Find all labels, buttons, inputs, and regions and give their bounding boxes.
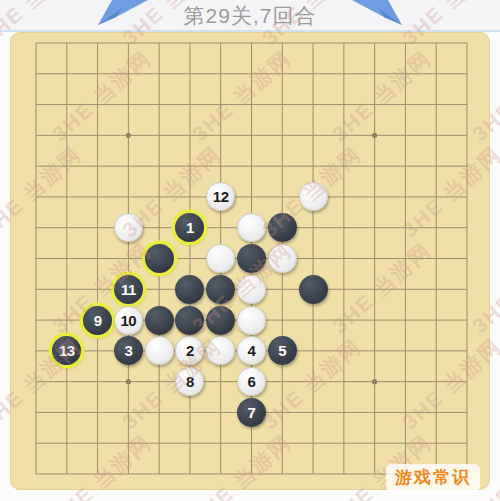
stone-black-3: 3 (114, 336, 143, 365)
stone-black-7: 7 (237, 398, 266, 427)
stone-white (299, 182, 328, 211)
stone-white (237, 275, 266, 304)
stone-black (175, 275, 204, 304)
stone-black (175, 306, 204, 335)
board[interactable]: 12111910133245867 (10, 32, 490, 490)
level-title: 第29关,7回合 (0, 2, 500, 30)
stone-black (145, 244, 174, 273)
watermark-badge: 游戏常识 (386, 464, 480, 492)
stone-black-5: 5 (268, 336, 297, 365)
stone-white-10: 10 (114, 306, 143, 335)
header-bar: 第29关,7回合 (0, 0, 500, 32)
blue-arrow-right-icon (352, 14, 404, 29)
stone-black (268, 213, 297, 242)
stone-white (268, 244, 297, 273)
stone-black-9: 9 (83, 306, 112, 335)
stone-white (145, 336, 174, 365)
next-level-button[interactable] (352, 0, 404, 26)
stone-white (237, 213, 266, 242)
stone-white (206, 244, 235, 273)
stone-black (145, 306, 174, 335)
stone-black (299, 275, 328, 304)
stone-white-6: 6 (237, 367, 266, 396)
stone-white (114, 213, 143, 242)
stone-white (237, 306, 266, 335)
stone-black (206, 275, 235, 304)
stone-black-11: 11 (114, 275, 143, 304)
stone-black (237, 244, 266, 273)
stone-black (206, 306, 235, 335)
